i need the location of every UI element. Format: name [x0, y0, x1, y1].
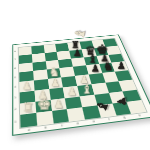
square-a1 — [20, 113, 37, 128]
file-label-e: e — [93, 120, 96, 123]
white-pawn-c4: ♟ — [51, 78, 60, 88]
square-e6 — [71, 57, 86, 67]
white-pawn-d3: ♟ — [67, 86, 77, 97]
white-pawn-a4: ♟ — [22, 81, 31, 92]
scene: ♜♟♛♚♝♟♞♟♞♟♟♟♟♟♟♝♜♚♟ abcdefgh 87654321 — [0, 0, 150, 150]
square-a2: ♜ — [20, 101, 36, 115]
rank-label-3: 3 — [14, 97, 16, 100]
square-g3 — [105, 81, 123, 93]
square-a5 — [19, 71, 33, 82]
product-photo: ♜♟♛♚♝♟♞♟♞♟♟♟♟♟♟♝♜♚♟ abcdefgh 87654321 ♝♝… — [0, 0, 150, 150]
white-pawn-c2: ♟ — [54, 99, 64, 110]
square-b6 — [32, 61, 46, 71]
square-d5 — [60, 67, 75, 78]
chess-mat: ♜♟♛♚♝♟♞♟♞♟♟♟♟♟♟♝♜♚♟ abcdefgh 87654321 — [12, 34, 150, 135]
square-f4 — [89, 73, 106, 84]
black-pawn-e7: ♟ — [73, 48, 81, 57]
square-b4 — [34, 79, 49, 91]
rank-label-1: 1 — [14, 120, 16, 123]
rank-label-5: 5 — [14, 77, 16, 79]
rank-label-4: 4 — [14, 86, 16, 88]
square-a4: ♟ — [19, 81, 34, 93]
square-b1 — [36, 111, 53, 126]
white-rook-a2: ♜ — [22, 102, 33, 115]
square-h1 — [127, 100, 147, 114]
file-label-b: b — [44, 126, 47, 129]
fallen-black-pawn-icon: ♟ — [116, 96, 128, 107]
square-h3 — [119, 79, 137, 91]
rank-label-8: 8 — [14, 51, 16, 53]
white-pawn-b3: ♟ — [38, 90, 48, 101]
white-pawn-e4: ♟ — [80, 75, 89, 85]
file-label-a: a — [28, 129, 30, 132]
square-c4: ♟ — [48, 77, 64, 88]
black-pawn-h5: ♟ — [117, 61, 126, 71]
file-label-c: c — [61, 124, 63, 127]
white-knight-c5: ♞ — [49, 66, 60, 78]
file-label-d: d — [77, 122, 80, 125]
file-label-g: g — [123, 116, 126, 119]
white-bishop-e3: ♝ — [81, 82, 93, 95]
rank-labels: 87654321 — [14, 48, 17, 129]
fallen-white-bishop-icon: ♝ — [72, 26, 87, 40]
rank-label-7: 7 — [14, 59, 16, 61]
chess-board: ♜♟♛♚♝♟♞♟♞♟♟♟♟♟♟♝♜♚♟ — [19, 39, 147, 128]
square-a6 — [19, 62, 33, 72]
rank-label-2: 2 — [14, 108, 16, 111]
file-label-f: f — [108, 118, 110, 121]
file-label-h: h — [138, 114, 141, 117]
rank-label-6: 6 — [14, 67, 16, 69]
